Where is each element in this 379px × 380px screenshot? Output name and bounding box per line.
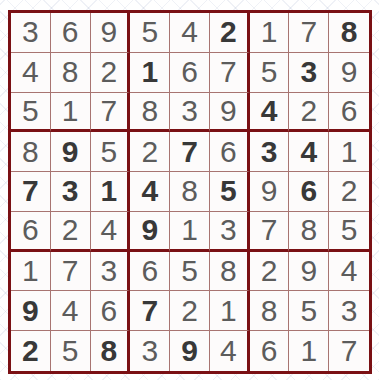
cell-r2c3[interactable]: 2 [91,53,131,93]
cell-r6c7[interactable]: 7 [250,212,290,252]
cell-r6c1[interactable]: 6 [11,212,51,252]
cell-r3c6[interactable]: 9 [210,93,250,133]
cell-r1c2[interactable]: 6 [51,13,91,53]
cell-r3c2[interactable]: 1 [51,93,91,133]
sudoku-grid: 3695421784821675395178394268952763417314… [8,10,372,374]
cell-r8c6[interactable]: 1 [210,291,250,331]
cell-r1c3[interactable]: 9 [91,13,131,53]
cell-r9c8[interactable]: 1 [289,331,329,371]
cell-r1c8[interactable]: 7 [289,13,329,53]
cell-r4c6[interactable]: 6 [210,132,250,172]
cell-r5c1[interactable]: 7 [11,172,51,212]
cell-r7c7[interactable]: 2 [250,252,290,292]
cell-r6c9[interactable]: 5 [329,212,369,252]
cell-r3c9[interactable]: 6 [329,93,369,133]
cell-r8c5[interactable]: 2 [170,291,210,331]
cell-r2c5[interactable]: 6 [170,53,210,93]
cell-r5c5[interactable]: 8 [170,172,210,212]
cell-r2c8[interactable]: 3 [289,53,329,93]
cell-r2c2[interactable]: 8 [51,53,91,93]
cell-r3c1[interactable]: 5 [11,93,51,133]
cell-r4c9[interactable]: 1 [329,132,369,172]
cell-r9c9[interactable]: 7 [329,331,369,371]
cell-r5c4[interactable]: 4 [130,172,170,212]
cell-r3c4[interactable]: 8 [130,93,170,133]
cell-r3c5[interactable]: 3 [170,93,210,133]
cell-r9c6[interactable]: 4 [210,331,250,371]
cell-r1c9[interactable]: 8 [329,13,369,53]
cell-r8c2[interactable]: 4 [51,291,91,331]
cell-r5c9[interactable]: 2 [329,172,369,212]
cell-r1c7[interactable]: 1 [250,13,290,53]
cell-r6c8[interactable]: 8 [289,212,329,252]
cell-r8c4[interactable]: 7 [130,291,170,331]
cell-r6c3[interactable]: 4 [91,212,131,252]
cell-r9c4[interactable]: 3 [130,331,170,371]
cell-r8c8[interactable]: 5 [289,291,329,331]
cell-r4c4[interactable]: 2 [130,132,170,172]
cell-r5c7[interactable]: 9 [250,172,290,212]
cell-r7c8[interactable]: 9 [289,252,329,292]
cell-r5c3[interactable]: 1 [91,172,131,212]
cell-r8c9[interactable]: 3 [329,291,369,331]
cell-r5c8[interactable]: 6 [289,172,329,212]
cell-r7c1[interactable]: 1 [11,252,51,292]
cell-r7c4[interactable]: 6 [130,252,170,292]
cell-r1c5[interactable]: 4 [170,13,210,53]
cell-r7c5[interactable]: 5 [170,252,210,292]
cell-r1c6[interactable]: 2 [210,13,250,53]
cell-r6c5[interactable]: 1 [170,212,210,252]
cell-r7c6[interactable]: 8 [210,252,250,292]
cell-r8c1[interactable]: 9 [11,291,51,331]
cell-r1c1[interactable]: 3 [11,13,51,53]
cell-r4c2[interactable]: 9 [51,132,91,172]
cell-r3c3[interactable]: 7 [91,93,131,133]
cell-r9c5[interactable]: 9 [170,331,210,371]
cell-r4c8[interactable]: 4 [289,132,329,172]
cell-r4c5[interactable]: 7 [170,132,210,172]
cell-r8c7[interactable]: 8 [250,291,290,331]
cell-r6c6[interactable]: 3 [210,212,250,252]
cell-r3c7[interactable]: 4 [250,93,290,133]
cell-r2c4[interactable]: 1 [130,53,170,93]
cell-r9c7[interactable]: 6 [250,331,290,371]
cell-r1c4[interactable]: 5 [130,13,170,53]
cell-r7c9[interactable]: 4 [329,252,369,292]
cell-r4c7[interactable]: 3 [250,132,290,172]
cell-r6c2[interactable]: 2 [51,212,91,252]
cell-r3c8[interactable]: 2 [289,93,329,133]
cell-r5c2[interactable]: 3 [51,172,91,212]
cell-r9c2[interactable]: 5 [51,331,91,371]
cell-r2c7[interactable]: 5 [250,53,290,93]
cell-r9c1[interactable]: 2 [11,331,51,371]
cell-r7c2[interactable]: 7 [51,252,91,292]
cell-r6c4[interactable]: 9 [130,212,170,252]
cell-r2c6[interactable]: 7 [210,53,250,93]
cell-r2c1[interactable]: 4 [11,53,51,93]
cell-r4c1[interactable]: 8 [11,132,51,172]
cell-r7c3[interactable]: 3 [91,252,131,292]
cell-r4c3[interactable]: 5 [91,132,131,172]
cell-r9c3[interactable]: 8 [91,331,131,371]
cell-r8c3[interactable]: 6 [91,291,131,331]
cell-r2c9[interactable]: 9 [329,53,369,93]
cell-r5c6[interactable]: 5 [210,172,250,212]
